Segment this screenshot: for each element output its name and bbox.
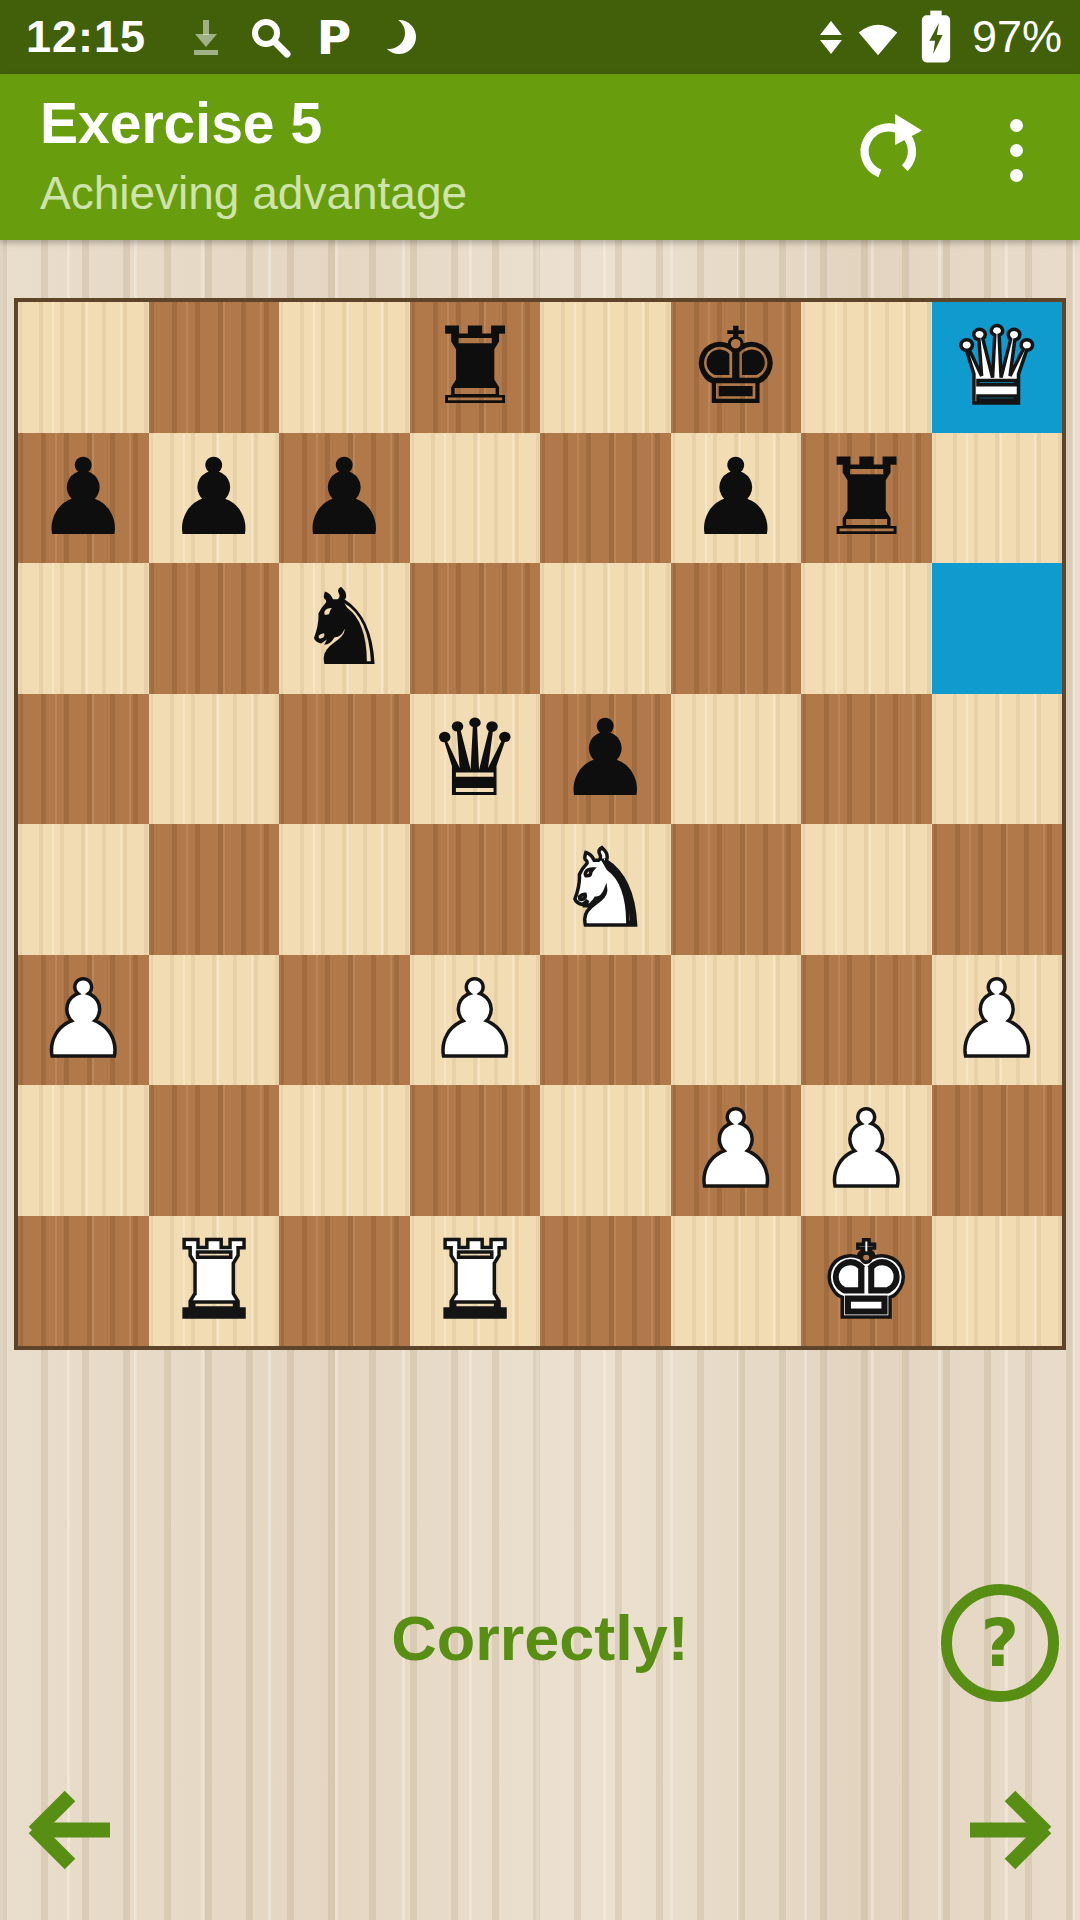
square-e3[interactable] (540, 955, 671, 1086)
square-c2[interactable] (279, 1085, 410, 1216)
square-d5[interactable]: ♛ (410, 694, 541, 825)
square-f1[interactable] (671, 1216, 802, 1347)
square-e2[interactable] (540, 1085, 671, 1216)
square-g5[interactable] (801, 694, 932, 825)
square-f3[interactable] (671, 955, 802, 1086)
next-exercise-button[interactable] (962, 1784, 1054, 1876)
square-b2[interactable] (149, 1085, 280, 1216)
piece-white-pawn: ♟ (688, 1097, 783, 1203)
square-c3[interactable] (279, 955, 410, 1086)
square-b6[interactable] (149, 563, 280, 694)
square-e7[interactable] (540, 433, 671, 564)
square-g3[interactable] (801, 955, 932, 1086)
square-a1[interactable] (18, 1216, 149, 1347)
status-bar: 12:15 P (0, 0, 1080, 74)
app-screen: 12:15 P (0, 0, 1080, 1920)
square-a2[interactable] (18, 1085, 149, 1216)
arrow-right-icon (962, 1862, 1054, 1879)
piece-black-pawn: ♟ (36, 445, 131, 551)
square-b5[interactable] (149, 694, 280, 825)
square-b1[interactable]: ♜ (149, 1216, 280, 1347)
square-h1[interactable] (932, 1216, 1063, 1347)
square-c6[interactable]: ♞ (279, 563, 410, 694)
battery-charging-icon (914, 15, 958, 59)
square-c1[interactable] (279, 1216, 410, 1347)
square-e1[interactable] (540, 1216, 671, 1347)
square-b8[interactable] (149, 302, 280, 433)
square-a7[interactable]: ♟ (18, 433, 149, 564)
piece-black-king: ♚ (688, 314, 783, 420)
piece-white-pawn: ♟ (427, 967, 522, 1073)
square-f4[interactable] (671, 824, 802, 955)
wifi-icon (856, 15, 900, 59)
square-f8[interactable]: ♚ (671, 302, 802, 433)
square-e5[interactable]: ♟ (540, 694, 671, 825)
square-a5[interactable] (18, 694, 149, 825)
arrow-left-icon (26, 1862, 118, 1879)
refresh-icon (854, 114, 922, 186)
square-c5[interactable] (279, 694, 410, 825)
network-activity-icon (820, 21, 842, 54)
square-h6[interactable] (932, 563, 1063, 694)
square-h7[interactable] (932, 433, 1063, 564)
piece-black-pawn: ♟ (297, 445, 392, 551)
piece-white-pawn: ♟ (819, 1097, 914, 1203)
square-g6[interactable] (801, 563, 932, 694)
square-c7[interactable]: ♟ (279, 433, 410, 564)
square-g7[interactable]: ♜ (801, 433, 932, 564)
square-g4[interactable] (801, 824, 932, 955)
piece-black-rook: ♜ (819, 445, 914, 551)
square-a8[interactable] (18, 302, 149, 433)
hint-button[interactable]: ? (941, 1584, 1059, 1702)
piece-black-pawn: ♟ (558, 706, 653, 812)
square-e4[interactable]: ♞ (540, 824, 671, 955)
square-d4[interactable] (410, 824, 541, 955)
previous-exercise-button[interactable] (26, 1784, 118, 1876)
question-mark-icon: ? (981, 1605, 1019, 1682)
piece-black-pawn: ♟ (688, 445, 783, 551)
piece-black-pawn: ♟ (166, 445, 261, 551)
square-d2[interactable] (410, 1085, 541, 1216)
piece-black-rook: ♜ (427, 314, 522, 420)
square-d8[interactable]: ♜ (410, 302, 541, 433)
square-b3[interactable] (149, 955, 280, 1086)
piece-white-pawn: ♟ (949, 967, 1044, 1073)
square-h5[interactable] (932, 694, 1063, 825)
search-icon (248, 15, 292, 59)
piece-white-queen: ♛ (949, 314, 1044, 420)
square-h2[interactable] (932, 1085, 1063, 1216)
square-f2[interactable]: ♟ (671, 1085, 802, 1216)
square-d3[interactable]: ♟ (410, 955, 541, 1086)
pushbullet-p-icon: P (312, 15, 356, 59)
square-g2[interactable]: ♟ (801, 1085, 932, 1216)
piece-black-queen: ♛ (427, 706, 522, 812)
square-e6[interactable] (540, 563, 671, 694)
square-f6[interactable] (671, 563, 802, 694)
piece-white-knight: ♞ (558, 836, 653, 942)
system-status-icons: 97% (820, 11, 1062, 63)
square-c8[interactable] (279, 302, 410, 433)
clock-text: 12:15 (26, 11, 146, 63)
piece-white-rook: ♜ (427, 1228, 522, 1334)
feedback-message: Correctly! (0, 1602, 1080, 1674)
square-b4[interactable] (149, 824, 280, 955)
more-vert-icon (1010, 119, 1023, 182)
page-title: Exercise 5 (40, 90, 322, 156)
piece-white-pawn: ♟ (36, 967, 131, 1073)
square-f5[interactable] (671, 694, 802, 825)
notification-icons: P (184, 15, 420, 59)
chess-board: ♜♚♛♟♟♟♟♜♞♛♟♞♟♟♟♟♟♜♜♚ (14, 298, 1066, 1350)
moon-icon (376, 15, 420, 59)
square-b7[interactable]: ♟ (149, 433, 280, 564)
battery-percent-text: 97% (972, 11, 1062, 63)
square-h8[interactable]: ♛ (932, 302, 1063, 433)
square-h3[interactable]: ♟ (932, 955, 1063, 1086)
square-d7[interactable] (410, 433, 541, 564)
square-a4[interactable] (18, 824, 149, 955)
restart-exercise-button[interactable] (850, 112, 926, 188)
download-icon (184, 15, 228, 59)
piece-white-king: ♚ (819, 1228, 914, 1334)
square-g1[interactable]: ♚ (801, 1216, 932, 1347)
piece-black-knight: ♞ (297, 575, 392, 681)
square-d1[interactable]: ♜ (410, 1216, 541, 1347)
square-e8[interactable] (540, 302, 671, 433)
square-a3[interactable]: ♟ (18, 955, 149, 1086)
square-a6[interactable] (18, 563, 149, 694)
square-c4[interactable] (279, 824, 410, 955)
piece-white-rook: ♜ (166, 1228, 261, 1334)
overflow-menu-button[interactable] (978, 112, 1054, 188)
page-subtitle: Achieving advantage (40, 166, 467, 220)
square-h4[interactable] (932, 824, 1063, 955)
app-bar: Exercise 5 Achieving advantage (0, 74, 1080, 240)
square-f7[interactable]: ♟ (671, 433, 802, 564)
square-d6[interactable] (410, 563, 541, 694)
square-g8[interactable] (801, 302, 932, 433)
